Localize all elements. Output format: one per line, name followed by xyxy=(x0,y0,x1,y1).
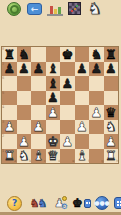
piece-black-king[interactable]: ♚ xyxy=(61,48,73,61)
square-a5[interactable]: 5 xyxy=(2,91,17,106)
gear-icon: ⚙ xyxy=(61,203,68,211)
square-b1[interactable]: ♞b xyxy=(17,149,32,164)
two-players-icon[interactable]: ♞ ♞ xyxy=(29,197,48,210)
square-h8[interactable]: ♜ xyxy=(104,47,119,62)
square-e2[interactable]: ♟ xyxy=(60,134,75,149)
help-button[interactable]: ? xyxy=(7,196,22,211)
square-a1[interactable]: ♜1a xyxy=(2,149,17,164)
square-a3[interactable]: ♟3 xyxy=(2,120,17,135)
chess-app-screen: ← ♞ ♜8♞♚♞♜♟7♟♟♝♟♟♟6♝♟5♟4♟♟♛♟3♟♟♞2♟♚♟♟♜1a… xyxy=(0,0,121,215)
square-e1[interactable]: e xyxy=(60,149,75,164)
status-ball-icon[interactable] xyxy=(7,2,21,16)
white-knight-turn-icon: ♞ xyxy=(86,0,104,17)
square-b7[interactable]: ♟ xyxy=(17,62,32,77)
square-b5[interactable] xyxy=(17,91,32,106)
piece-black-knight[interactable]: ♞ xyxy=(18,48,30,61)
dots-icon: ●●● xyxy=(94,200,110,206)
piece-black-pawn[interactable]: ♟ xyxy=(76,62,88,75)
square-h3[interactable]: ♞ xyxy=(104,120,119,135)
question-mark-icon: ? xyxy=(12,199,17,208)
piece-white-knight[interactable]: ♞ xyxy=(18,149,30,162)
file-label: h xyxy=(116,160,118,164)
stat-bar-red xyxy=(50,6,53,14)
square-h7[interactable]: ♟ xyxy=(104,62,119,77)
king-icon: ♚ xyxy=(72,195,83,211)
bottom-edge-strip xyxy=(0,212,121,215)
piece-black-pawn[interactable]: ♟ xyxy=(18,62,30,75)
square-f2[interactable] xyxy=(75,134,90,149)
square-d3[interactable] xyxy=(46,120,61,135)
rank-label: 1 xyxy=(2,149,4,153)
engine-icon[interactable]: ♚ xyxy=(72,195,91,211)
piece-white-knight[interactable]: ♞ xyxy=(105,120,117,133)
square-b6[interactable] xyxy=(17,76,32,91)
square-b3[interactable] xyxy=(17,120,32,135)
square-f4[interactable] xyxy=(75,105,90,120)
square-g6[interactable] xyxy=(89,76,104,91)
square-d6[interactable]: ♝ xyxy=(46,76,61,91)
stat-bar-yellow xyxy=(54,9,57,14)
rank-label: 4 xyxy=(2,105,4,109)
square-e5[interactable] xyxy=(60,91,75,106)
square-f5[interactable] xyxy=(75,91,90,106)
square-e3[interactable] xyxy=(60,120,75,135)
square-f8[interactable] xyxy=(75,47,90,62)
piece-white-pawn[interactable]: ♟ xyxy=(61,135,73,148)
piece-white-king[interactable]: ♚ xyxy=(47,135,59,148)
square-h4[interactable]: ♛ xyxy=(104,105,119,120)
online-status-icon[interactable]: ●●● xyxy=(95,196,109,210)
piece-white-pawn[interactable]: ♟ xyxy=(3,120,15,133)
square-g7[interactable]: ♟ xyxy=(89,62,104,77)
stat-bar-green xyxy=(58,7,61,14)
piece-black-queen[interactable]: ♛ xyxy=(105,106,117,119)
back-button[interactable]: ← xyxy=(27,3,42,15)
piece-black-pawn[interactable]: ♟ xyxy=(90,62,102,75)
rank-label: 6 xyxy=(2,76,4,80)
board-setup-icon[interactable] xyxy=(68,2,81,15)
square-e7[interactable] xyxy=(60,62,75,77)
rank-label: 5 xyxy=(2,91,4,95)
rank-label: 7 xyxy=(2,62,4,66)
piece-white-pawn[interactable]: ♟ xyxy=(47,106,59,119)
piece-black-pawn[interactable]: ♟ xyxy=(3,62,15,75)
piece-white-pawn[interactable]: ♟ xyxy=(32,120,44,133)
piece-black-pawn[interactable]: ♟ xyxy=(105,62,117,75)
piece-black-bishop[interactable]: ♝ xyxy=(47,77,59,90)
back-arrow-icon: ← xyxy=(31,5,39,14)
chess-board[interactable]: ♜8♞♚♞♜♟7♟♟♝♟♟♟6♝♟5♟4♟♟♛♟3♟♟♞2♟♚♟♟♜1a♞b♝c… xyxy=(2,47,118,163)
rank-label: 3 xyxy=(2,120,4,124)
square-c7[interactable]: ♟ xyxy=(31,62,46,77)
square-b4[interactable] xyxy=(17,105,32,120)
piece-white-pawn[interactable]: ♟ xyxy=(105,135,117,148)
square-g8[interactable]: ♞ xyxy=(89,47,104,62)
square-d8[interactable] xyxy=(46,47,61,62)
square-f7[interactable]: ♟ xyxy=(75,62,90,77)
blue-knight-icon: ♞ xyxy=(38,197,48,210)
piece-white-rook[interactable]: ♜ xyxy=(105,149,117,162)
square-c8[interactable] xyxy=(31,47,46,62)
square-a2[interactable]: 2 xyxy=(2,134,17,149)
square-c2[interactable] xyxy=(31,134,46,149)
piece-black-rook[interactable]: ♜ xyxy=(105,48,117,61)
rank-label: 8 xyxy=(2,47,4,51)
square-a7[interactable]: ♟7 xyxy=(2,62,17,77)
square-e8[interactable]: ♚ xyxy=(60,47,75,62)
piece-white-bishop[interactable]: ♝ xyxy=(76,149,88,162)
square-f1[interactable]: ♝f xyxy=(75,149,90,164)
square-d2[interactable]: ♚ xyxy=(46,134,61,149)
square-f3[interactable]: ♟ xyxy=(75,120,90,135)
square-g2[interactable] xyxy=(89,134,104,149)
square-d7[interactable]: ♝ xyxy=(46,62,61,77)
piece-settings-icon[interactable]: ♟ ⚙ xyxy=(51,195,68,211)
square-g3[interactable] xyxy=(89,120,104,135)
square-a4[interactable]: 4 xyxy=(2,105,17,120)
piece-white-bishop[interactable]: ♝ xyxy=(32,149,44,162)
rank-label: 2 xyxy=(2,134,4,138)
square-d5[interactable]: ♟ xyxy=(46,91,61,106)
square-a6[interactable]: 6 xyxy=(2,76,17,91)
piece-black-rook[interactable]: ♜ xyxy=(3,48,15,61)
piece-white-pawn[interactable]: ♟ xyxy=(90,106,102,119)
square-b8[interactable]: ♞ xyxy=(17,47,32,62)
square-c6[interactable] xyxy=(31,76,46,91)
square-a8[interactable]: ♜8 xyxy=(2,47,17,62)
square-d4[interactable]: ♟ xyxy=(46,105,61,120)
piece-black-bishop[interactable]: ♝ xyxy=(47,62,59,75)
square-c1[interactable]: ♝c xyxy=(31,149,46,164)
square-d1[interactable]: ♛d xyxy=(46,149,61,164)
square-b2[interactable]: ♟ xyxy=(17,134,32,149)
square-e4[interactable] xyxy=(60,105,75,120)
square-c4[interactable] xyxy=(31,105,46,120)
piece-white-pawn[interactable]: ♟ xyxy=(76,120,88,133)
square-g4[interactable]: ♟ xyxy=(89,105,104,120)
piece-white-queen[interactable]: ♛ xyxy=(47,149,59,162)
square-h2[interactable]: ♟ xyxy=(104,134,119,149)
piece-black-pawn[interactable]: ♟ xyxy=(47,91,59,104)
yellow-dot xyxy=(62,196,67,201)
stats-bars-icon[interactable] xyxy=(47,2,63,16)
square-f6[interactable] xyxy=(75,76,90,91)
square-g5[interactable] xyxy=(89,91,104,106)
piece-black-knight[interactable]: ♞ xyxy=(90,48,102,61)
piece-white-pawn[interactable]: ♟ xyxy=(18,135,30,148)
square-h6[interactable] xyxy=(104,76,119,91)
square-g1[interactable]: g xyxy=(89,149,104,164)
square-h5[interactable] xyxy=(104,91,119,106)
square-e6[interactable]: ♟ xyxy=(60,76,75,91)
piece-black-pawn[interactable]: ♟ xyxy=(61,77,73,90)
piece-black-pawn[interactable]: ♟ xyxy=(32,62,44,75)
robot-icon xyxy=(84,199,91,208)
square-h1[interactable]: ♜h xyxy=(104,149,119,164)
more-dialog-icon[interactable] xyxy=(114,197,121,209)
square-c3[interactable]: ♟ xyxy=(31,120,46,135)
square-c5[interactable] xyxy=(31,91,46,106)
